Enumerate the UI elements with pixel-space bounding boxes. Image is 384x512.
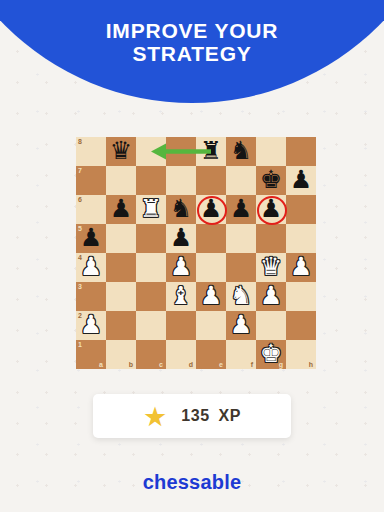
black-pawn[interactable]: ♟ — [106, 195, 136, 224]
square-a8[interactable]: 8 — [76, 137, 106, 166]
star-icon: ★ — [143, 403, 167, 430]
square-c3[interactable] — [136, 282, 166, 311]
square-d4[interactable]: ♟ — [166, 253, 196, 282]
rank-label-1: 1 — [78, 341, 82, 348]
black-pawn[interactable]: ♟ — [256, 195, 286, 224]
square-b5[interactable] — [106, 224, 136, 253]
white-pawn[interactable]: ♟ — [226, 311, 256, 340]
black-rook[interactable]: ♜ — [196, 137, 226, 166]
square-a1[interactable]: 1a — [76, 340, 106, 369]
rank-label-8: 8 — [78, 138, 82, 145]
white-pawn[interactable]: ♟ — [286, 253, 316, 282]
square-c6[interactable]: ♜ — [136, 195, 166, 224]
hero-title: IMPROVE YOUR STRATEGY — [0, 19, 384, 65]
white-rook[interactable]: ♜ — [136, 195, 166, 224]
hero-title-line1: IMPROVE YOUR — [0, 19, 384, 42]
rank-label-2: 2 — [78, 312, 82, 319]
black-pawn[interactable]: ♟ — [286, 166, 316, 195]
square-g3[interactable]: ♟ — [256, 282, 286, 311]
square-d8[interactable] — [166, 137, 196, 166]
black-knight[interactable]: ♞ — [226, 137, 256, 166]
square-c4[interactable] — [136, 253, 166, 282]
chess-board[interactable]: 8♛♜♞7♚♟6♟♜♞♟♟♟5♟♟4♟♟♛♟3♝♟♞♟2♟♟1abcdefg♚h — [76, 137, 316, 369]
square-b4[interactable] — [106, 253, 136, 282]
square-e7[interactable] — [196, 166, 226, 195]
square-e8[interactable]: ♜ — [196, 137, 226, 166]
file-label-b: b — [129, 361, 133, 368]
square-h8[interactable] — [286, 137, 316, 166]
xp-label: XP — [219, 407, 241, 425]
rank-label-4: 4 — [78, 254, 82, 261]
square-d6[interactable]: ♞ — [166, 195, 196, 224]
square-b8[interactable]: ♛ — [106, 137, 136, 166]
square-b6[interactable]: ♟ — [106, 195, 136, 224]
square-b3[interactable] — [106, 282, 136, 311]
square-g4[interactable]: ♛ — [256, 253, 286, 282]
file-label-e: e — [219, 361, 223, 368]
white-queen[interactable]: ♛ — [256, 253, 286, 282]
black-pawn[interactable]: ♟ — [226, 195, 256, 224]
square-d1[interactable]: d — [166, 340, 196, 369]
square-g6[interactable]: ♟ — [256, 195, 286, 224]
square-f4[interactable] — [226, 253, 256, 282]
square-h4[interactable]: ♟ — [286, 253, 316, 282]
rank-label-7: 7 — [78, 167, 82, 174]
square-c1[interactable]: c — [136, 340, 166, 369]
white-pawn[interactable]: ♟ — [196, 282, 226, 311]
square-c2[interactable] — [136, 311, 166, 340]
white-pawn[interactable]: ♟ — [166, 253, 196, 282]
square-f3[interactable]: ♞ — [226, 282, 256, 311]
file-label-a: a — [99, 361, 103, 368]
black-pawn[interactable]: ♟ — [166, 224, 196, 253]
square-e3[interactable]: ♟ — [196, 282, 226, 311]
square-f6[interactable]: ♟ — [226, 195, 256, 224]
white-bishop[interactable]: ♝ — [166, 282, 196, 311]
rank-label-6: 6 — [78, 196, 82, 203]
square-e2[interactable] — [196, 311, 226, 340]
square-h2[interactable] — [286, 311, 316, 340]
black-king[interactable]: ♚ — [256, 166, 286, 195]
square-f7[interactable] — [226, 166, 256, 195]
square-e5[interactable] — [196, 224, 226, 253]
square-f2[interactable]: ♟ — [226, 311, 256, 340]
square-h1[interactable]: h — [286, 340, 316, 369]
square-a5[interactable]: 5♟ — [76, 224, 106, 253]
square-d2[interactable] — [166, 311, 196, 340]
square-f1[interactable]: f — [226, 340, 256, 369]
xp-value: 135 — [181, 407, 209, 425]
square-b2[interactable] — [106, 311, 136, 340]
black-knight[interactable]: ♞ — [166, 195, 196, 224]
square-e6[interactable]: ♟ — [196, 195, 226, 224]
square-g8[interactable] — [256, 137, 286, 166]
square-a4[interactable]: 4♟ — [76, 253, 106, 282]
rank-label-3: 3 — [78, 283, 82, 290]
square-g2[interactable] — [256, 311, 286, 340]
black-pawn[interactable]: ♟ — [196, 195, 226, 224]
square-g7[interactable]: ♚ — [256, 166, 286, 195]
square-a3[interactable]: 3 — [76, 282, 106, 311]
square-c8[interactable] — [136, 137, 166, 166]
black-queen[interactable]: ♛ — [106, 137, 136, 166]
square-d3[interactable]: ♝ — [166, 282, 196, 311]
square-h6[interactable] — [286, 195, 316, 224]
file-label-c: c — [159, 361, 163, 368]
file-label-d: d — [189, 361, 193, 368]
square-f8[interactable]: ♞ — [226, 137, 256, 166]
square-f5[interactable] — [226, 224, 256, 253]
square-h7[interactable]: ♟ — [286, 166, 316, 195]
square-h5[interactable] — [286, 224, 316, 253]
square-c5[interactable] — [136, 224, 166, 253]
rank-label-5: 5 — [78, 225, 82, 232]
white-knight[interactable]: ♞ — [226, 282, 256, 311]
xp-card: ★ 135 XP — [93, 394, 291, 438]
file-label-f: f — [251, 361, 253, 368]
hero-title-line2: STRATEGY — [0, 42, 384, 65]
square-e4[interactable] — [196, 253, 226, 282]
square-e1[interactable]: e — [196, 340, 226, 369]
file-label-g: g — [279, 361, 283, 368]
white-pawn[interactable]: ♟ — [256, 282, 286, 311]
square-d7[interactable] — [166, 166, 196, 195]
square-a7[interactable]: 7 — [76, 166, 106, 195]
square-b7[interactable] — [106, 166, 136, 195]
square-b1[interactable]: b — [106, 340, 136, 369]
file-label-h: h — [309, 361, 313, 368]
square-g1[interactable]: g♚ — [256, 340, 286, 369]
chessable-logo: chessable — [0, 471, 384, 494]
square-h3[interactable] — [286, 282, 316, 311]
square-a2[interactable]: 2♟ — [76, 311, 106, 340]
square-c7[interactable] — [136, 166, 166, 195]
square-g5[interactable] — [256, 224, 286, 253]
square-a6[interactable]: 6 — [76, 195, 106, 224]
square-d5[interactable]: ♟ — [166, 224, 196, 253]
